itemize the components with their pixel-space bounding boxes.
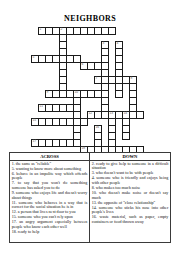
cell-number: 18 bbox=[82, 147, 86, 151]
grid-cell[interactable] bbox=[80, 118, 88, 126]
down-header: DOWN bbox=[90, 153, 170, 161]
cell-number: 2 bbox=[61, 28, 63, 32]
worksheet-page: NEIGHBORS 123456789101112131415161718 AC… bbox=[0, 0, 180, 255]
cell-number: 13 bbox=[110, 112, 114, 116]
puzzle-title: NEIGHBORS bbox=[0, 14, 180, 23]
clue-item: 16. waste material, such as paper, empty… bbox=[91, 215, 170, 225]
grid-cell[interactable] bbox=[136, 111, 144, 119]
cell-number: 14 bbox=[124, 112, 128, 116]
grid-cell[interactable] bbox=[122, 132, 130, 140]
clue-item: 18. ready to help bbox=[11, 230, 89, 235]
down-clues-column: DOWN 2. ready to give help to someone in… bbox=[90, 153, 170, 242]
cell-number: 7 bbox=[96, 77, 98, 81]
across-header: ACROSS bbox=[10, 153, 89, 161]
clue-table: ACROSS 1. the same as "reliable"5. wanti… bbox=[9, 152, 171, 243]
cell-number: 15 bbox=[33, 119, 37, 123]
cell-number: 9 bbox=[47, 91, 49, 95]
cell-number: 16 bbox=[96, 126, 100, 130]
down-clue-list: 2. ready to give help to someone in a di… bbox=[90, 161, 170, 225]
cell-number: 4 bbox=[117, 42, 119, 46]
cell-number: 12 bbox=[89, 112, 93, 116]
cell-number: 1 bbox=[40, 28, 42, 32]
crossword-grid: 123456789101112131415161718 bbox=[31, 27, 145, 155]
cell-number: 8 bbox=[131, 77, 133, 81]
across-clue-list: 1. the same as "reliable"5. wanting to k… bbox=[10, 161, 89, 235]
cell-number: 17 bbox=[33, 140, 37, 144]
cell-number: 11 bbox=[40, 105, 43, 109]
cell-number: 10 bbox=[75, 91, 79, 95]
cell-number: 3 bbox=[103, 42, 105, 46]
grid-cell[interactable] bbox=[115, 90, 123, 98]
cell-number: 5 bbox=[33, 56, 35, 60]
grid-cell[interactable] bbox=[108, 27, 116, 35]
cell-number: 6 bbox=[82, 63, 84, 67]
across-clues-column: ACROSS 1. the same as "reliable"5. wanti… bbox=[10, 153, 90, 242]
